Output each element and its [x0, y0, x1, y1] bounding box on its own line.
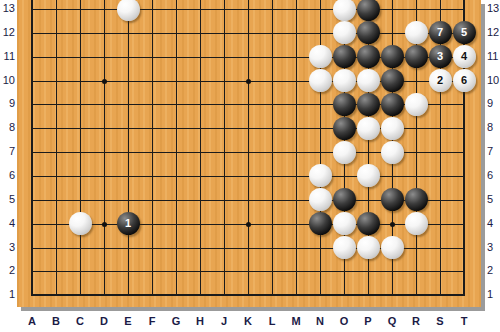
stone-move-number: 4	[461, 51, 467, 62]
stone-T10-white[interactable]: 6	[453, 69, 476, 92]
column-label-S: S	[430, 315, 450, 329]
stone-N6-white[interactable]	[309, 164, 332, 187]
stone-P12-black[interactable]	[357, 21, 380, 44]
stone-R4-white[interactable]	[405, 212, 428, 235]
grid-line-row-12	[31, 33, 465, 34]
stone-P6-white[interactable]	[357, 164, 380, 187]
go-diagram-page: 7534261 13121110987654321 13121110987654…	[0, 0, 500, 332]
stone-N10-white[interactable]	[309, 69, 332, 92]
column-label-F: F	[142, 315, 162, 329]
stone-R11-black[interactable]	[405, 45, 428, 68]
row-label-left-1: 1	[0, 288, 15, 302]
stone-move-number: 5	[461, 27, 467, 38]
row-label-left-3: 3	[0, 241, 15, 255]
stone-S12-black[interactable]: 7	[429, 21, 452, 44]
grid-line-row-2	[31, 271, 465, 272]
row-label-right-8: 8	[487, 121, 500, 135]
row-label-right-7: 7	[487, 145, 500, 159]
star-point-K10	[246, 79, 251, 84]
row-label-left-12: 12	[0, 26, 15, 40]
stone-P4-black[interactable]	[357, 212, 380, 235]
row-label-right-1: 1	[487, 288, 500, 302]
stone-Q8-white[interactable]	[381, 117, 404, 140]
row-label-left-2: 2	[0, 264, 15, 278]
column-label-N: N	[310, 315, 330, 329]
stone-E13-white[interactable]	[117, 0, 140, 21]
stone-O10-white[interactable]	[333, 69, 356, 92]
column-label-J: J	[214, 315, 234, 329]
row-label-left-6: 6	[0, 169, 15, 183]
star-point-K4	[246, 222, 251, 227]
column-label-A: A	[22, 315, 42, 329]
stone-R5-black[interactable]	[405, 188, 428, 211]
row-label-right-11: 11	[487, 50, 500, 64]
stone-T12-black[interactable]: 5	[453, 21, 476, 44]
stone-O7-white[interactable]	[333, 141, 356, 164]
column-label-L: L	[262, 315, 282, 329]
row-label-right-4: 4	[487, 217, 500, 231]
stone-Q9-black[interactable]	[381, 93, 404, 116]
stone-C4-white[interactable]	[69, 212, 92, 235]
row-label-left-10: 10	[0, 74, 15, 88]
grid-line-col-H	[200, 0, 201, 296]
stone-move-number: 1	[125, 218, 131, 229]
grid-line-col-F	[152, 0, 153, 296]
grid-line-col-J	[224, 0, 225, 296]
stone-move-number: 7	[437, 27, 443, 38]
row-label-left-13: 13	[0, 2, 15, 16]
stone-T11-white[interactable]: 4	[453, 45, 476, 68]
grid-line-col-C	[80, 0, 81, 296]
column-label-E: E	[118, 315, 138, 329]
column-label-G: G	[166, 315, 186, 329]
grid-line-col-B	[56, 0, 57, 296]
column-label-O: O	[334, 315, 354, 329]
star-point-Q4	[390, 222, 395, 227]
row-label-right-2: 2	[487, 264, 500, 278]
row-label-right-13: 13	[487, 2, 500, 16]
row-label-left-9: 9	[0, 97, 15, 111]
star-point-D10	[102, 79, 107, 84]
grid-line-col-L	[272, 0, 273, 296]
row-label-right-12: 12	[487, 26, 500, 40]
stone-P10-white[interactable]	[357, 69, 380, 92]
stone-move-number: 3	[437, 51, 443, 62]
stone-S10-white[interactable]: 2	[429, 69, 452, 92]
grid-line-col-G	[176, 0, 177, 296]
stone-N11-white[interactable]	[309, 45, 332, 68]
grid-line-row-6	[31, 176, 465, 177]
column-label-H: H	[190, 315, 210, 329]
column-label-R: R	[406, 315, 426, 329]
stone-P8-white[interactable]	[357, 117, 380, 140]
grid-line-col-E	[128, 0, 129, 296]
grid-line-row-13	[31, 9, 465, 10]
column-label-C: C	[70, 315, 90, 329]
row-label-right-9: 9	[487, 97, 500, 111]
column-label-M: M	[286, 315, 306, 329]
column-label-D: D	[94, 315, 114, 329]
stone-Q3-white[interactable]	[381, 236, 404, 259]
stone-N5-white[interactable]	[309, 188, 332, 211]
stone-O11-black[interactable]	[333, 45, 356, 68]
stone-R9-white[interactable]	[405, 93, 428, 116]
stone-N4-black[interactable]	[309, 212, 332, 235]
star-point-D4	[102, 222, 107, 227]
stone-O13-white[interactable]	[333, 0, 356, 21]
row-label-right-10: 10	[487, 74, 500, 88]
stone-O3-white[interactable]	[333, 236, 356, 259]
column-label-P: P	[358, 315, 378, 329]
stone-move-number: 2	[437, 75, 443, 86]
grid-line-row-1	[31, 294, 465, 296]
row-label-left-5: 5	[0, 193, 15, 207]
stone-R12-white[interactable]	[405, 21, 428, 44]
stone-O12-white[interactable]	[333, 21, 356, 44]
stone-Q5-black[interactable]	[381, 188, 404, 211]
row-label-left-7: 7	[0, 145, 15, 159]
stone-E4-black[interactable]: 1	[117, 212, 140, 235]
grid-line-col-M	[296, 0, 297, 296]
stone-O9-black[interactable]	[333, 93, 356, 116]
row-label-right-6: 6	[487, 169, 500, 183]
stone-Q7-white[interactable]	[381, 141, 404, 164]
stone-Q11-black[interactable]	[381, 45, 404, 68]
row-label-left-11: 11	[0, 50, 15, 64]
row-label-right-3: 3	[487, 241, 500, 255]
stone-O8-black[interactable]	[333, 117, 356, 140]
grid-line-col-K	[248, 0, 249, 296]
stone-O4-white[interactable]	[333, 212, 356, 235]
column-label-B: B	[46, 315, 66, 329]
row-label-left-4: 4	[0, 217, 15, 231]
stone-move-number: 6	[461, 75, 467, 86]
row-label-right-5: 5	[487, 193, 500, 207]
stone-Q10-black[interactable]	[381, 69, 404, 92]
column-label-Q: Q	[382, 315, 402, 329]
stone-P13-black[interactable]	[357, 0, 380, 21]
column-label-K: K	[238, 315, 258, 329]
grid-line-col-A	[31, 0, 33, 296]
stone-P9-black[interactable]	[357, 93, 380, 116]
column-label-T: T	[454, 315, 474, 329]
stone-P11-black[interactable]	[357, 45, 380, 68]
stone-P3-white[interactable]	[357, 236, 380, 259]
stone-S11-black[interactable]: 3	[429, 45, 452, 68]
stone-O5-black[interactable]	[333, 188, 356, 211]
row-label-left-8: 8	[0, 121, 15, 135]
grid-line-col-D	[104, 0, 105, 296]
go-board[interactable]: 7534261	[17, 0, 481, 307]
